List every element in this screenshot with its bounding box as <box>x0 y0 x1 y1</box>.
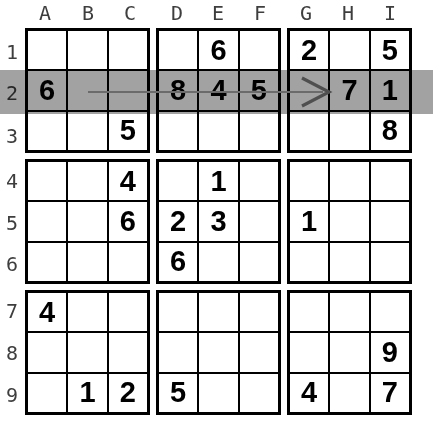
cell-D7[interactable] <box>159 293 197 331</box>
cell-C7[interactable] <box>109 293 147 331</box>
row-label-8: 8 <box>0 340 24 366</box>
cell-B9[interactable]: 1 <box>68 374 106 412</box>
cell-E9[interactable] <box>199 374 237 412</box>
cell-D3[interactable] <box>159 112 197 150</box>
row-label-7: 7 <box>0 298 24 324</box>
box-r3-c1: 412 <box>25 290 150 415</box>
row-label-5: 5 <box>0 210 24 236</box>
cell-B1[interactable] <box>68 31 106 69</box>
cell-A5[interactable] <box>28 202 66 240</box>
box-r3-c2: 5 <box>156 290 281 415</box>
column-label-G: G <box>292 0 320 26</box>
cell-G8[interactable] <box>290 333 328 371</box>
cell-B8[interactable] <box>68 333 106 371</box>
cell-A3[interactable] <box>28 112 66 150</box>
row-label-1: 1 <box>0 39 24 65</box>
cell-F5[interactable] <box>240 202 278 240</box>
cell-G4[interactable] <box>290 162 328 200</box>
cell-D5[interactable]: 2 <box>159 202 197 240</box>
cell-B5[interactable] <box>68 202 106 240</box>
cell-C6[interactable] <box>109 243 147 281</box>
box-r2-c2: 1236 <box>156 159 281 284</box>
cell-H6[interactable] <box>330 243 368 281</box>
cell-H9[interactable] <box>330 374 368 412</box>
row-label-9: 9 <box>0 382 24 408</box>
cell-D9[interactable]: 5 <box>159 374 197 412</box>
cell-G5[interactable]: 1 <box>290 202 328 240</box>
cell-I8[interactable]: 9 <box>371 333 409 371</box>
cell-F3[interactable] <box>240 112 278 150</box>
cell-G6[interactable] <box>290 243 328 281</box>
row-label-3: 3 <box>0 123 24 149</box>
cell-E6[interactable] <box>199 243 237 281</box>
column-label-C: C <box>116 0 144 26</box>
cell-I4[interactable] <box>371 162 409 200</box>
cell-E5[interactable]: 3 <box>199 202 237 240</box>
cell-D6[interactable]: 6 <box>159 243 197 281</box>
cell-I1[interactable]: 5 <box>371 31 409 69</box>
box-r2-c3: 1 <box>287 159 412 284</box>
cell-E1[interactable]: 6 <box>199 31 237 69</box>
cell-E4[interactable]: 1 <box>199 162 237 200</box>
box-r3-c3: 947 <box>287 290 412 415</box>
cell-B6[interactable] <box>68 243 106 281</box>
cell-F6[interactable] <box>240 243 278 281</box>
cell-H7[interactable] <box>330 293 368 331</box>
sudoku-board: ABCDEFGHI 123456789 65684525718461236141… <box>0 0 438 423</box>
column-label-I: I <box>376 0 404 26</box>
column-label-H: H <box>334 0 362 26</box>
column-label-D: D <box>163 0 191 26</box>
cell-A6[interactable] <box>28 243 66 281</box>
cell-I7[interactable] <box>371 293 409 331</box>
row-2-highlight-band <box>0 70 433 114</box>
column-label-B: B <box>74 0 102 26</box>
cell-C1[interactable] <box>109 31 147 69</box>
cell-A9[interactable] <box>28 374 66 412</box>
cell-A1[interactable] <box>28 31 66 69</box>
cell-G7[interactable] <box>290 293 328 331</box>
cell-H5[interactable] <box>330 202 368 240</box>
cell-H1[interactable] <box>330 31 368 69</box>
cell-E7[interactable] <box>199 293 237 331</box>
cell-F8[interactable] <box>240 333 278 371</box>
cell-C5[interactable]: 6 <box>109 202 147 240</box>
cell-I6[interactable] <box>371 243 409 281</box>
cell-C8[interactable] <box>109 333 147 371</box>
cell-A4[interactable] <box>28 162 66 200</box>
cell-A7[interactable]: 4 <box>28 293 66 331</box>
box-r2-c1: 46 <box>25 159 150 284</box>
row-label-6: 6 <box>0 251 24 277</box>
column-label-E: E <box>204 0 232 26</box>
cell-I3[interactable]: 8 <box>371 112 409 150</box>
cell-F1[interactable] <box>240 31 278 69</box>
cell-B7[interactable] <box>68 293 106 331</box>
cell-F4[interactable] <box>240 162 278 200</box>
row-label-4: 4 <box>0 168 24 194</box>
cell-I5[interactable] <box>371 202 409 240</box>
cell-E3[interactable] <box>199 112 237 150</box>
cell-D1[interactable] <box>159 31 197 69</box>
cell-H3[interactable] <box>330 112 368 150</box>
cell-C9[interactable]: 2 <box>109 374 147 412</box>
cell-G9[interactable]: 4 <box>290 374 328 412</box>
cell-D4[interactable] <box>159 162 197 200</box>
cell-B4[interactable] <box>68 162 106 200</box>
column-label-A: A <box>31 0 59 26</box>
cell-F9[interactable] <box>240 374 278 412</box>
cell-D8[interactable] <box>159 333 197 371</box>
cell-G1[interactable]: 2 <box>290 31 328 69</box>
cell-C4[interactable]: 4 <box>109 162 147 200</box>
cell-I9[interactable]: 7 <box>371 374 409 412</box>
cell-H8[interactable] <box>330 333 368 371</box>
column-label-F: F <box>246 0 274 26</box>
cell-H4[interactable] <box>330 162 368 200</box>
cell-E8[interactable] <box>199 333 237 371</box>
cell-C3[interactable]: 5 <box>109 112 147 150</box>
cell-A8[interactable] <box>28 333 66 371</box>
cell-G3[interactable] <box>290 112 328 150</box>
cell-B3[interactable] <box>68 112 106 150</box>
cell-F7[interactable] <box>240 293 278 331</box>
